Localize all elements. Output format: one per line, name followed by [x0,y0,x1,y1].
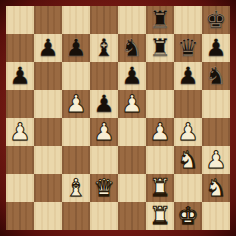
black-rook-piece: ♜ [146,34,174,62]
square-e1[interactable] [118,202,146,230]
square-b7[interactable]: ♟ [34,34,62,62]
square-h1[interactable] [202,202,230,230]
square-e6[interactable]: ♟ [118,62,146,90]
square-e4[interactable] [118,118,146,146]
square-e7[interactable]: ♞ [118,34,146,62]
square-h3[interactable]: ♟ [202,146,230,174]
black-pawn-piece: ♟ [34,34,62,62]
square-b4[interactable] [34,118,62,146]
black-knight-piece: ♞ [202,62,230,90]
square-h5[interactable] [202,90,230,118]
square-g8[interactable] [174,6,202,34]
square-a6[interactable]: ♟ [6,62,34,90]
square-c8[interactable] [62,6,90,34]
square-g2[interactable] [174,174,202,202]
square-c6[interactable] [62,62,90,90]
white-pawn-piece: ♟ [202,146,230,174]
black-bishop-piece: ♝ [90,34,118,62]
square-a4[interactable]: ♟ [6,118,34,146]
chess-board: ♜♚♟♟♝♞♜♛♟♟♟♟♞♟♟♟♟♟♟♟♞♟♝♛♜♞♜♚ [6,6,230,230]
black-pawn-piece: ♟ [202,34,230,62]
black-queen-piece: ♛ [174,34,202,62]
square-f1[interactable]: ♜ [146,202,174,230]
white-pawn-piece: ♟ [118,90,146,118]
white-king-piece: ♚ [174,202,202,230]
square-g4[interactable]: ♟ [174,118,202,146]
black-knight-piece: ♞ [118,34,146,62]
square-g7[interactable]: ♛ [174,34,202,62]
board-frame: ♜♚♟♟♝♞♜♛♟♟♟♟♞♟♟♟♟♟♟♟♞♟♝♛♜♞♜♚ [0,0,236,236]
square-b2[interactable] [34,174,62,202]
square-c3[interactable] [62,146,90,174]
square-g5[interactable] [174,90,202,118]
black-rook-piece: ♜ [146,6,174,34]
square-g1[interactable]: ♚ [174,202,202,230]
square-f2[interactable]: ♜ [146,174,174,202]
square-f6[interactable] [146,62,174,90]
square-e8[interactable] [118,6,146,34]
black-king-piece: ♚ [202,6,230,34]
square-c2[interactable]: ♝ [62,174,90,202]
square-a7[interactable] [6,34,34,62]
square-c5[interactable]: ♟ [62,90,90,118]
square-b8[interactable] [34,6,62,34]
square-f7[interactable]: ♜ [146,34,174,62]
square-c4[interactable] [62,118,90,146]
square-d7[interactable]: ♝ [90,34,118,62]
square-d1[interactable] [90,202,118,230]
square-c1[interactable] [62,202,90,230]
white-knight-piece: ♞ [174,146,202,174]
square-h6[interactable]: ♞ [202,62,230,90]
white-pawn-piece: ♟ [174,118,202,146]
square-g3[interactable]: ♞ [174,146,202,174]
white-pawn-piece: ♟ [146,118,174,146]
black-pawn-piece: ♟ [62,34,90,62]
black-pawn-piece: ♟ [90,90,118,118]
white-pawn-piece: ♟ [62,90,90,118]
square-d8[interactable] [90,6,118,34]
square-d4[interactable]: ♟ [90,118,118,146]
square-b3[interactable] [34,146,62,174]
square-c7[interactable]: ♟ [62,34,90,62]
square-f3[interactable] [146,146,174,174]
square-d6[interactable] [90,62,118,90]
square-h2[interactable]: ♞ [202,174,230,202]
square-g6[interactable]: ♟ [174,62,202,90]
square-e2[interactable] [118,174,146,202]
square-f5[interactable] [146,90,174,118]
square-b6[interactable] [34,62,62,90]
square-e3[interactable] [118,146,146,174]
square-b5[interactable] [34,90,62,118]
white-knight-piece: ♞ [202,174,230,202]
square-h7[interactable]: ♟ [202,34,230,62]
white-pawn-piece: ♟ [6,118,34,146]
white-rook-piece: ♜ [146,174,174,202]
square-d2[interactable]: ♛ [90,174,118,202]
square-a5[interactable] [6,90,34,118]
square-a2[interactable] [6,174,34,202]
square-d5[interactable]: ♟ [90,90,118,118]
square-a1[interactable] [6,202,34,230]
white-rook-piece: ♜ [146,202,174,230]
square-b1[interactable] [34,202,62,230]
black-pawn-piece: ♟ [118,62,146,90]
square-f8[interactable]: ♜ [146,6,174,34]
black-pawn-piece: ♟ [174,62,202,90]
square-a3[interactable] [6,146,34,174]
square-h4[interactable] [202,118,230,146]
square-d3[interactable] [90,146,118,174]
square-e5[interactable]: ♟ [118,90,146,118]
square-a8[interactable] [6,6,34,34]
black-pawn-piece: ♟ [6,62,34,90]
white-queen-piece: ♛ [90,174,118,202]
square-h8[interactable]: ♚ [202,6,230,34]
white-bishop-piece: ♝ [62,174,90,202]
square-f4[interactable]: ♟ [146,118,174,146]
white-pawn-piece: ♟ [90,118,118,146]
